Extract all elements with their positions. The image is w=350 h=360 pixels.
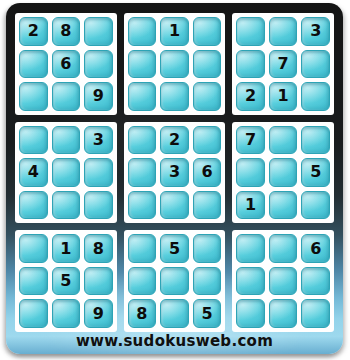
cell-r3c2[interactable] [52,82,81,111]
cell-r1c5[interactable]: 1 [160,17,189,46]
cell-r6c7[interactable]: 1 [236,191,265,220]
cell-r8c1[interactable] [19,267,48,296]
cell-r9c8[interactable] [269,299,298,328]
cell-r4c9[interactable] [301,126,330,155]
cell-r2c4[interactable] [128,50,157,79]
cell-r1c9[interactable]: 3 [301,17,330,46]
cell-r3c9[interactable] [301,82,330,111]
cell-r1c4[interactable] [128,17,157,46]
box-9: 6 [232,230,334,332]
website-url: www.sudokusweb.com [6,332,343,351]
cell-r3c8[interactable]: 1 [269,82,298,111]
sudoku-grid: 2869137213423675118595856 [15,13,334,332]
cell-r5c1[interactable]: 4 [19,158,48,187]
box-4: 34 [15,122,117,224]
cell-r5c3[interactable] [84,158,113,187]
cell-r7c7[interactable] [236,234,265,263]
board-frame: 2869137213423675118595856 www.sudokusweb… [6,3,343,354]
cell-r4c2[interactable] [52,126,81,155]
cell-r7c6[interactable] [193,234,222,263]
box-5: 236 [124,122,226,224]
cell-r2c2[interactable]: 6 [52,50,81,79]
cell-r4c1[interactable] [19,126,48,155]
cell-r5c2[interactable] [52,158,81,187]
cell-r4c8[interactable] [269,126,298,155]
cell-r3c3[interactable]: 9 [84,82,113,111]
cell-r1c2[interactable]: 8 [52,17,81,46]
cell-r9c3[interactable]: 9 [84,299,113,328]
cell-r3c6[interactable] [193,82,222,111]
box-2: 1 [124,13,226,115]
cell-r3c1[interactable] [19,82,48,111]
cell-r7c8[interactable] [269,234,298,263]
cell-r4c6[interactable] [193,126,222,155]
cell-r1c1[interactable]: 2 [19,17,48,46]
cell-r3c5[interactable] [160,82,189,111]
cell-r7c4[interactable] [128,234,157,263]
box-6: 751 [232,122,334,224]
cell-r6c1[interactable] [19,191,48,220]
cell-r6c4[interactable] [128,191,157,220]
cell-r1c8[interactable] [269,17,298,46]
cell-r4c5[interactable]: 2 [160,126,189,155]
cell-r8c4[interactable] [128,267,157,296]
cell-r2c1[interactable] [19,50,48,79]
cell-r2c8[interactable]: 7 [269,50,298,79]
cell-r1c7[interactable] [236,17,265,46]
cell-r8c7[interactable] [236,267,265,296]
cell-r7c9[interactable]: 6 [301,234,330,263]
cell-r1c3[interactable] [84,17,113,46]
cell-r9c9[interactable] [301,299,330,328]
cell-r3c4[interactable] [128,82,157,111]
cell-r8c6[interactable] [193,267,222,296]
cell-r2c9[interactable] [301,50,330,79]
sudoku-page: 2869137213423675118595856 www.sudokusweb… [0,0,350,360]
cell-r9c6[interactable]: 5 [193,299,222,328]
cell-r6c8[interactable] [269,191,298,220]
cell-r5c5[interactable]: 3 [160,158,189,187]
cell-r5c7[interactable] [236,158,265,187]
cell-r7c3[interactable]: 8 [84,234,113,263]
cell-r2c5[interactable] [160,50,189,79]
cell-r8c3[interactable] [84,267,113,296]
cell-r5c6[interactable]: 6 [193,158,222,187]
cell-r7c2[interactable]: 1 [52,234,81,263]
cell-r6c5[interactable] [160,191,189,220]
cell-r6c6[interactable] [193,191,222,220]
cell-r4c3[interactable]: 3 [84,126,113,155]
cell-r3c7[interactable]: 2 [236,82,265,111]
cell-r2c3[interactable] [84,50,113,79]
cell-r4c4[interactable] [128,126,157,155]
cell-r6c9[interactable] [301,191,330,220]
cell-r8c9[interactable] [301,267,330,296]
cell-r8c2[interactable]: 5 [52,267,81,296]
cell-r9c5[interactable] [160,299,189,328]
cell-r1c6[interactable] [193,17,222,46]
cell-r8c5[interactable] [160,267,189,296]
cell-r9c4[interactable]: 8 [128,299,157,328]
box-8: 585 [124,230,226,332]
cell-r5c9[interactable]: 5 [301,158,330,187]
cell-r9c1[interactable] [19,299,48,328]
cell-r8c8[interactable] [269,267,298,296]
cell-r5c8[interactable] [269,158,298,187]
cell-r9c7[interactable] [236,299,265,328]
cell-r5c4[interactable] [128,158,157,187]
cell-r2c6[interactable] [193,50,222,79]
cell-r4c7[interactable]: 7 [236,126,265,155]
cell-r9c2[interactable] [52,299,81,328]
box-1: 2869 [15,13,117,115]
cell-r6c2[interactable] [52,191,81,220]
box-3: 3721 [232,13,334,115]
cell-r7c1[interactable] [19,234,48,263]
cell-r2c7[interactable] [236,50,265,79]
cell-r7c5[interactable]: 5 [160,234,189,263]
box-7: 1859 [15,230,117,332]
cell-r6c3[interactable] [84,191,113,220]
